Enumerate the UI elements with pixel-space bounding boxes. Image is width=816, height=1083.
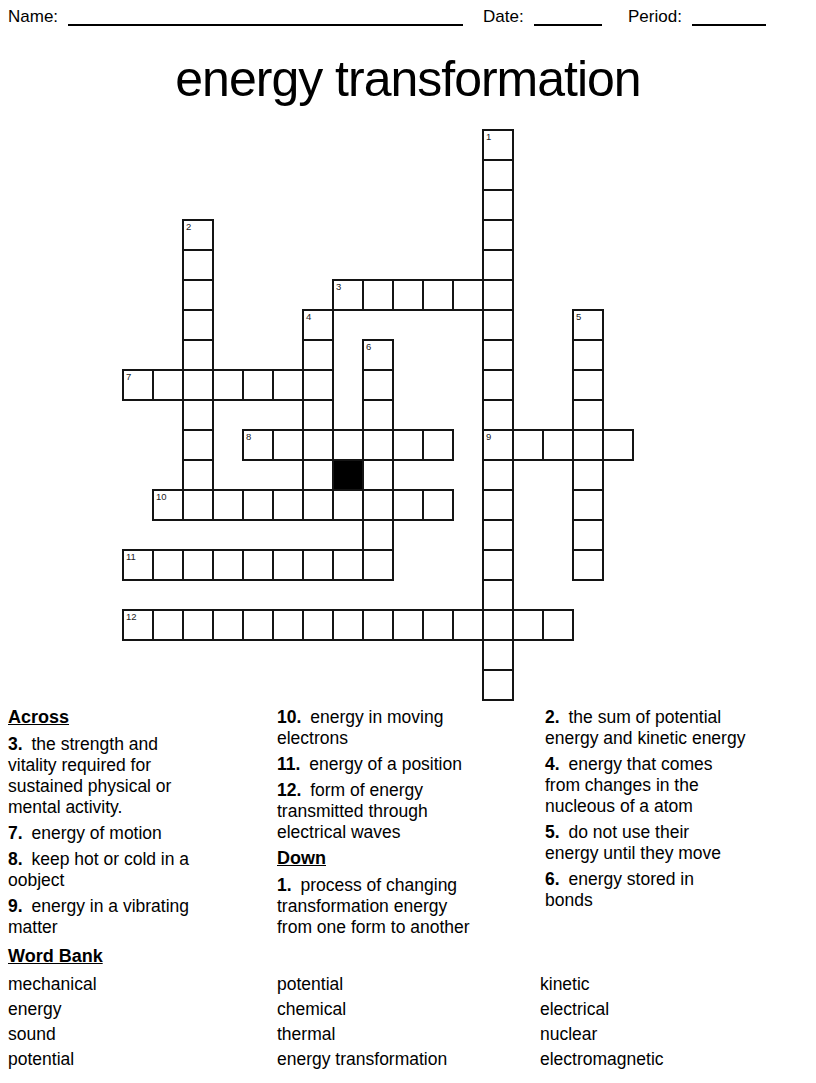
- clue-number-label: 8.: [8, 849, 23, 869]
- answer-cell[interactable]: [362, 549, 394, 581]
- answer-cell[interactable]: [212, 549, 244, 581]
- answer-cell[interactable]: [182, 339, 214, 371]
- clue-number-label: 3.: [8, 734, 23, 754]
- clue-number-2: 2: [186, 222, 191, 232]
- clue-number-label: 6.: [545, 869, 560, 889]
- answer-cell[interactable]: [332, 609, 364, 641]
- word-bank-word: thermal: [277, 1022, 537, 1047]
- clue-number-label: 9.: [8, 896, 23, 916]
- answer-cell[interactable]: [422, 429, 454, 461]
- answer-cell[interactable]: [482, 219, 514, 251]
- clue-text: process of changing transformation energ…: [277, 875, 470, 937]
- answer-cell[interactable]: [482, 309, 514, 341]
- clue-text: keep hot or cold in a oobject: [8, 849, 189, 890]
- answer-cell[interactable]: [242, 369, 274, 401]
- answer-cell[interactable]: [452, 279, 484, 311]
- answer-cell[interactable]: [362, 519, 394, 551]
- answer-cell[interactable]: [302, 549, 334, 581]
- clue-column-2: 10. energy in moving electrons11. energy…: [277, 707, 537, 943]
- answer-cell[interactable]: [572, 399, 604, 431]
- clue-number-label: 7.: [8, 823, 23, 843]
- word-bank-heading: Word Bank: [8, 946, 103, 967]
- clue-number-label: 1.: [277, 875, 292, 895]
- answer-cell[interactable]: [182, 489, 214, 521]
- answer-cell[interactable]: [362, 399, 394, 431]
- blocked-cell: [332, 459, 364, 491]
- answer-cell[interactable]: [482, 249, 514, 281]
- answer-cell[interactable]: [182, 249, 214, 281]
- answer-cell[interactable]: [302, 489, 334, 521]
- answer-cell[interactable]: [482, 459, 514, 491]
- answer-cell[interactable]: [182, 429, 214, 461]
- clue-text: do not use their energy until they move: [545, 822, 721, 863]
- clue-number-label: 2.: [545, 707, 560, 727]
- answer-cell[interactable]: [482, 189, 514, 221]
- answer-cell[interactable]: [572, 339, 604, 371]
- word-bank-word: sound: [8, 1022, 270, 1047]
- answer-cell[interactable]: [272, 549, 304, 581]
- answer-cell[interactable]: [482, 279, 514, 311]
- answer-cell[interactable]: [152, 609, 184, 641]
- answer-cell[interactable]: [362, 429, 394, 461]
- answer-cell[interactable]: [182, 609, 214, 641]
- answer-cell[interactable]: [272, 369, 304, 401]
- answer-cell[interactable]: [482, 399, 514, 431]
- answer-cell[interactable]: [572, 489, 604, 521]
- clue-number-3: 3: [336, 282, 341, 292]
- answer-cell[interactable]: [482, 639, 514, 671]
- answer-cell[interactable]: [212, 369, 244, 401]
- clue-text: the sum of potential energy and kinetic …: [545, 707, 745, 748]
- answer-cell[interactable]: [542, 429, 574, 461]
- clue-number-8: 8: [246, 432, 251, 442]
- clue-1: 1. process of changing transformation en…: [277, 875, 537, 938]
- answer-cell[interactable]: [572, 459, 604, 491]
- answer-cell[interactable]: [572, 549, 604, 581]
- answer-cell[interactable]: [422, 489, 454, 521]
- clue-4: 4. energy that comes from changes in the…: [545, 754, 810, 817]
- answer-cell[interactable]: [572, 369, 604, 401]
- answer-cell[interactable]: [422, 279, 454, 311]
- clue-number-label: 4.: [545, 754, 560, 774]
- clue-8: 8. keep hot or cold in a oobject: [8, 849, 270, 891]
- word-bank-word: electromagnetic: [540, 1047, 810, 1072]
- answer-cell[interactable]: [182, 399, 214, 431]
- answer-cell[interactable]: [482, 519, 514, 551]
- worksheet-page: Name: Date: Period: energy transformatio…: [0, 0, 816, 1083]
- date-input-line[interactable]: [534, 7, 602, 26]
- answer-cell[interactable]: [242, 549, 274, 581]
- answer-cell[interactable]: [482, 339, 514, 371]
- answer-cell[interactable]: [302, 609, 334, 641]
- answer-cell[interactable]: [212, 489, 244, 521]
- clue-text: energy in a vibrating matter: [8, 896, 189, 937]
- clue-text: energy that comes from changes in the nu…: [545, 754, 712, 816]
- clue-11: 11. energy of a position: [277, 754, 537, 775]
- clue-2: 2. the sum of potential energy and kinet…: [545, 707, 810, 749]
- clue-10: 10. energy in moving electrons: [277, 707, 537, 749]
- period-label: Period:: [628, 7, 682, 26]
- clue-number-7: 7: [126, 372, 131, 382]
- answer-cell[interactable]: [332, 489, 364, 521]
- clue-text: the strength and vitality required for s…: [8, 734, 171, 817]
- answer-cell[interactable]: [302, 429, 334, 461]
- clue-5: 5. do not use their energy until they mo…: [545, 822, 810, 864]
- answer-cell[interactable]: [392, 489, 424, 521]
- word-bank-word: potential: [8, 1047, 270, 1072]
- answer-cell[interactable]: [242, 609, 274, 641]
- clue-number-5: 5: [576, 312, 581, 322]
- word-bank-word: energy: [8, 997, 270, 1022]
- answer-cell[interactable]: [182, 279, 214, 311]
- page-title: energy transformation: [0, 52, 816, 106]
- answer-cell[interactable]: [392, 609, 424, 641]
- answer-cell[interactable]: [362, 609, 394, 641]
- date-label: Date:: [483, 7, 524, 26]
- answer-cell[interactable]: [212, 609, 244, 641]
- answer-cell[interactable]: [182, 549, 214, 581]
- answer-cell[interactable]: [422, 609, 454, 641]
- word-bank-column-1: mechanicalenergysoundpotential: [8, 972, 270, 1072]
- answer-cell[interactable]: [302, 369, 334, 401]
- name-label: Name:: [8, 7, 58, 26]
- clue-6: 6. energy stored in bonds: [545, 869, 810, 911]
- answer-cell[interactable]: [392, 429, 424, 461]
- clue-number-label: 10.: [277, 707, 301, 727]
- word-bank-word: electrical: [540, 997, 810, 1022]
- word-bank-word: mechanical: [8, 972, 270, 997]
- answer-cell[interactable]: [242, 489, 274, 521]
- clue-text: energy of a position: [304, 754, 462, 774]
- clue-number-6: 6: [366, 342, 371, 352]
- answer-cell[interactable]: [302, 399, 334, 431]
- answer-cell[interactable]: [362, 279, 394, 311]
- answer-cell[interactable]: [482, 609, 514, 641]
- clue-column-3: 2. the sum of potential energy and kinet…: [545, 707, 810, 916]
- clue-text: energy of motion: [27, 823, 162, 843]
- answer-cell[interactable]: [302, 339, 334, 371]
- clue-number-10: 10: [156, 492, 167, 502]
- answer-cell[interactable]: [272, 609, 304, 641]
- answer-cell[interactable]: [332, 429, 364, 461]
- answer-cell[interactable]: [602, 429, 634, 461]
- word-bank-word: kinetic: [540, 972, 810, 997]
- answer-cell[interactable]: [512, 609, 544, 641]
- clue-number-9: 9: [486, 432, 491, 442]
- word-bank-word: energy transformation: [277, 1047, 537, 1072]
- clue-number-label: 12.: [277, 780, 301, 800]
- name-input-line[interactable]: [68, 7, 463, 26]
- across-heading: Across: [8, 707, 270, 728]
- answer-cell[interactable]: [332, 549, 364, 581]
- answer-cell[interactable]: [272, 429, 304, 461]
- answer-cell[interactable]: [182, 459, 214, 491]
- answer-cell[interactable]: [152, 549, 184, 581]
- answer-cell[interactable]: [482, 369, 514, 401]
- answer-cell[interactable]: [482, 489, 514, 521]
- clue-text: energy in moving electrons: [277, 707, 443, 748]
- clue-number-4: 4: [306, 312, 311, 322]
- answer-cell[interactable]: [482, 159, 514, 191]
- answer-cell[interactable]: [452, 609, 484, 641]
- word-bank-word: chemical: [277, 997, 537, 1022]
- clue-number-label: 11.: [277, 754, 300, 774]
- answer-cell[interactable]: [482, 549, 514, 581]
- answer-cell[interactable]: [362, 459, 394, 491]
- clue-number-11: 11: [126, 552, 136, 562]
- clue-text: energy stored in bonds: [545, 869, 694, 910]
- crossword-grid: 123456789101112: [123, 130, 633, 700]
- answer-cell[interactable]: [362, 489, 394, 521]
- answer-cell[interactable]: [482, 669, 514, 701]
- clue-number-label: 5.: [545, 822, 560, 842]
- down-heading: Down: [277, 848, 537, 869]
- answer-cell[interactable]: [302, 459, 334, 491]
- word-bank-word: nuclear: [540, 1022, 810, 1047]
- answer-cell[interactable]: [362, 369, 394, 401]
- answer-cell[interactable]: [512, 429, 544, 461]
- clue-3: 3. the strength and vitality required fo…: [8, 734, 270, 818]
- word-bank-column-2: potentialchemicalthermalenergy transform…: [277, 972, 537, 1072]
- clue-9: 9. energy in a vibrating matter: [8, 896, 270, 938]
- word-bank-column-3: kineticelectricalnuclearelectromagnetic: [540, 972, 810, 1072]
- answer-cell[interactable]: [572, 519, 604, 551]
- clue-number-1: 1: [486, 132, 491, 142]
- period-input-line[interactable]: [692, 7, 766, 26]
- answer-cell[interactable]: [392, 279, 424, 311]
- clue-number-12: 12: [126, 612, 137, 622]
- clue-7: 7. energy of motion: [8, 823, 270, 844]
- answer-cell[interactable]: [542, 609, 574, 641]
- answer-cell[interactable]: [572, 429, 604, 461]
- answer-cell[interactable]: [152, 369, 184, 401]
- answer-cell[interactable]: [272, 489, 304, 521]
- answer-cell[interactable]: [482, 579, 514, 611]
- clue-column-1: Across3. the strength and vitality requi…: [8, 707, 270, 943]
- word-bank-word: potential: [277, 972, 537, 997]
- answer-cell[interactable]: [182, 309, 214, 341]
- clue-12: 12. form of energy transmitted through e…: [277, 780, 537, 843]
- answer-cell[interactable]: [182, 369, 214, 401]
